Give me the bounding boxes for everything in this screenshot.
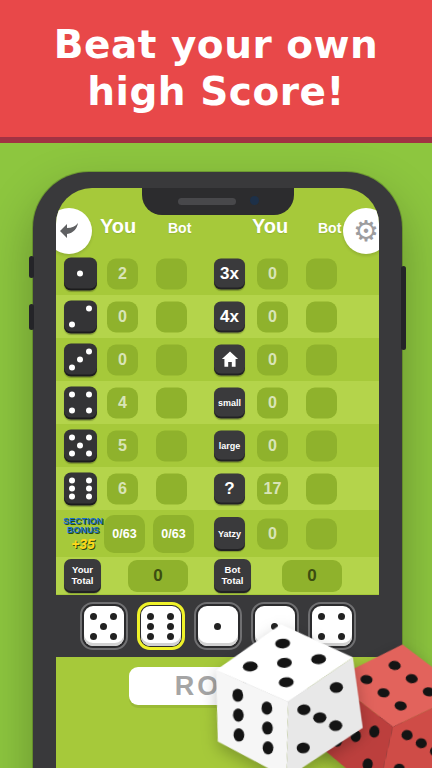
tray-die-slot[interactable]: [194, 602, 242, 650]
pip: [86, 356, 92, 362]
settings-button[interactable]: ⚙: [343, 208, 379, 254]
camera-dot: [250, 196, 259, 205]
die-6-icon: [64, 472, 97, 505]
pip: [69, 434, 75, 440]
pip: [69, 399, 75, 405]
section-bonus-line2: BONUS: [58, 526, 108, 535]
back-button[interactable]: [56, 208, 92, 254]
tray-die-slot[interactable]: [308, 602, 356, 650]
score-cell-you[interactable]: 0: [107, 344, 138, 375]
tray-die-slot[interactable]: [137, 602, 185, 650]
pip: [77, 348, 83, 354]
your-total-value: 0: [128, 560, 188, 592]
score-row: 4small0: [56, 381, 379, 424]
bot-total-value: 0: [282, 560, 342, 592]
score-cell-bot: [306, 518, 337, 549]
pip: [100, 613, 107, 620]
tray-die-5: [84, 606, 124, 646]
bonus-row: SECTIONBONUS+350/630/63Yatzy0: [56, 510, 379, 557]
pip: [147, 613, 154, 620]
pip: [77, 408, 83, 414]
pip: [204, 623, 211, 630]
pip: [110, 623, 117, 630]
pip: [224, 633, 231, 640]
pip: [157, 623, 164, 630]
power-button: [401, 266, 406, 350]
pip: [86, 348, 92, 354]
category-?: ?: [214, 473, 245, 504]
pip: [69, 408, 75, 414]
pip: [69, 485, 75, 491]
pip: [77, 279, 83, 285]
pip: [69, 313, 75, 319]
tray-die-1: [255, 606, 295, 646]
undo-arrow-icon: [57, 219, 81, 243]
total-label-line: Total: [72, 576, 94, 587]
home-icon: [221, 351, 239, 369]
pip: [271, 613, 278, 620]
pip: [86, 322, 92, 328]
pip: [69, 442, 75, 448]
score-cell-you[interactable]: 0: [257, 301, 288, 332]
category-small: small: [214, 387, 245, 418]
roll-button[interactable]: ROLL: [129, 667, 307, 705]
pip: [86, 399, 92, 405]
pip: [157, 633, 164, 640]
phone-mockup: You Bot You Bot ⚙ 23x004x0004small05larg…: [33, 172, 402, 768]
pip: [261, 633, 268, 640]
score-cell-you[interactable]: 5: [107, 430, 138, 461]
pip: [338, 633, 345, 640]
gear-icon: ⚙: [353, 217, 379, 246]
pip: [338, 623, 345, 630]
header-you-right: You: [252, 215, 288, 238]
score-cell-you[interactable]: 0: [257, 344, 288, 375]
score-cell-bot: [156, 258, 187, 289]
pip: [224, 623, 231, 630]
pip: [77, 391, 83, 397]
pip: [318, 623, 325, 630]
die-3-icon: [64, 343, 97, 376]
die-4-icon: [64, 386, 97, 419]
pip: [204, 613, 211, 620]
score-cell-you[interactable]: 0: [107, 301, 138, 332]
volume-down-button: [29, 304, 34, 330]
pip: [77, 305, 83, 311]
category-full-house: [214, 344, 245, 375]
header-bar: You Bot You Bot ⚙: [56, 214, 379, 252]
tray-die-1: [198, 606, 238, 646]
pip: [271, 623, 278, 630]
pip: [281, 633, 288, 640]
pip: [69, 279, 75, 285]
pip: [77, 494, 83, 500]
pip: [147, 633, 154, 640]
score-grid: 23x004x0004small05large06?17SECTIONBONUS…: [56, 252, 379, 594]
pip: [204, 633, 211, 640]
pip: [77, 322, 83, 328]
pip: [214, 613, 221, 620]
die-1-icon: [64, 257, 97, 290]
pip: [90, 613, 97, 620]
speaker-slot: [178, 198, 236, 205]
pip: [86, 270, 92, 276]
pip: [69, 391, 75, 397]
pip: [167, 613, 174, 620]
score-row: 23x0: [56, 252, 379, 295]
score-cell-bot: [156, 387, 187, 418]
tray-die-slot[interactable]: [251, 602, 299, 650]
dice-tray: [56, 595, 379, 657]
pip: [77, 451, 83, 457]
pip: [147, 623, 154, 630]
score-cell-you[interactable]: 0: [257, 430, 288, 461]
category-large: large: [214, 430, 245, 461]
section-bonus-value: +35: [58, 537, 108, 551]
pip: [214, 623, 221, 630]
pip: [77, 365, 83, 371]
pip: [281, 623, 288, 630]
header-you-left: You: [100, 215, 136, 238]
pip: [69, 451, 75, 457]
pip: [69, 262, 75, 268]
pip: [318, 613, 325, 620]
score-cell-bot: [306, 344, 337, 375]
your-total-label: YourTotal: [64, 559, 101, 593]
pip: [338, 613, 345, 620]
score-cell-bot: [306, 387, 337, 418]
category-3x: 3x: [214, 258, 245, 289]
pip: [69, 494, 75, 500]
pip: [86, 485, 92, 491]
score-cell-you[interactable]: 0: [257, 387, 288, 418]
pip: [110, 613, 117, 620]
pip: [100, 623, 107, 630]
pip: [214, 633, 221, 640]
pip: [86, 279, 92, 285]
pip: [86, 408, 92, 414]
bonus-progress-you: 0/63: [104, 515, 145, 553]
pip: [69, 305, 75, 311]
pip: [328, 623, 335, 630]
score-cell-you[interactable]: 6: [107, 473, 138, 504]
promo-banner: Beat your own high Score!: [0, 0, 432, 143]
pip: [77, 356, 83, 362]
tray-die-slot[interactable]: [80, 602, 128, 650]
score-cell-you[interactable]: 17: [257, 473, 288, 504]
pip: [77, 262, 83, 268]
pip: [77, 399, 83, 405]
pip: [90, 623, 97, 630]
tray-die-4: [312, 606, 352, 646]
pip: [328, 613, 335, 620]
pip: [281, 613, 288, 620]
score-cell-bot: [306, 430, 337, 461]
score-cell-bot: [156, 301, 187, 332]
pip: [261, 623, 268, 630]
header-bot-right: Bot: [318, 220, 341, 236]
banner-line-1: Beat your own: [54, 22, 379, 69]
total-label-line: Total: [222, 576, 244, 587]
pip: [69, 348, 75, 354]
bonus-progress-bot: 0/63: [153, 515, 194, 553]
die-5-icon: [64, 429, 97, 462]
pip: [86, 451, 92, 457]
banner-line-2: high Score!: [87, 69, 344, 116]
score-cell-you[interactable]: 0: [257, 258, 288, 289]
pip: [77, 434, 83, 440]
pip: [69, 270, 75, 276]
pip: [86, 494, 92, 500]
bot-total-label: BotTotal: [214, 559, 251, 593]
score-row: 5large0: [56, 424, 379, 467]
pip: [69, 322, 75, 328]
pip: [86, 391, 92, 397]
pip: [318, 633, 325, 640]
die-2-icon: [64, 300, 97, 333]
pip: [69, 477, 75, 483]
score-cell-you[interactable]: 0: [257, 518, 288, 549]
pip: [90, 633, 97, 640]
pip: [86, 477, 92, 483]
pip: [271, 633, 278, 640]
pip: [86, 442, 92, 448]
score-row: 6?17: [56, 467, 379, 510]
pip: [86, 262, 92, 268]
category-yatzy: Yatzy: [214, 517, 245, 551]
pip: [86, 305, 92, 311]
pip: [86, 434, 92, 440]
pip: [110, 633, 117, 640]
game-screen: You Bot You Bot ⚙ 23x004x0004small05larg…: [56, 188, 379, 768]
pip: [77, 313, 83, 319]
score-cell-bot: [306, 258, 337, 289]
phone-notch: [142, 188, 294, 215]
pip: [77, 477, 83, 483]
score-cell-bot: [306, 473, 337, 504]
score-cell-you[interactable]: 2: [107, 258, 138, 289]
pip: [261, 613, 268, 620]
score-row: 00: [56, 338, 379, 381]
pip: [86, 313, 92, 319]
score-cell-bot: [306, 301, 337, 332]
totals-row: YourTotal0BotTotal0: [56, 557, 379, 594]
volume-up-button: [29, 256, 34, 278]
header-bot-left: Bot: [168, 220, 191, 236]
score-cell-bot: [156, 473, 187, 504]
pip: [167, 623, 174, 630]
pip: [167, 633, 174, 640]
pip: [100, 633, 107, 640]
pip: [157, 613, 164, 620]
section-bonus-badge: SECTIONBONUS+35: [58, 517, 108, 551]
tray-die-6: [141, 606, 181, 646]
pip: [69, 365, 75, 371]
pip: [86, 365, 92, 371]
pip: [77, 270, 83, 276]
score-cell-you[interactable]: 4: [107, 387, 138, 418]
score-cell-bot: [156, 344, 187, 375]
category-4x: 4x: [214, 301, 245, 332]
pip: [224, 613, 231, 620]
pip: [69, 356, 75, 362]
pip: [77, 485, 83, 491]
pip: [77, 442, 83, 448]
score-row: 04x0: [56, 295, 379, 338]
roll-button-label: ROLL: [175, 671, 261, 702]
score-cell-bot: [156, 430, 187, 461]
pip: [328, 633, 335, 640]
